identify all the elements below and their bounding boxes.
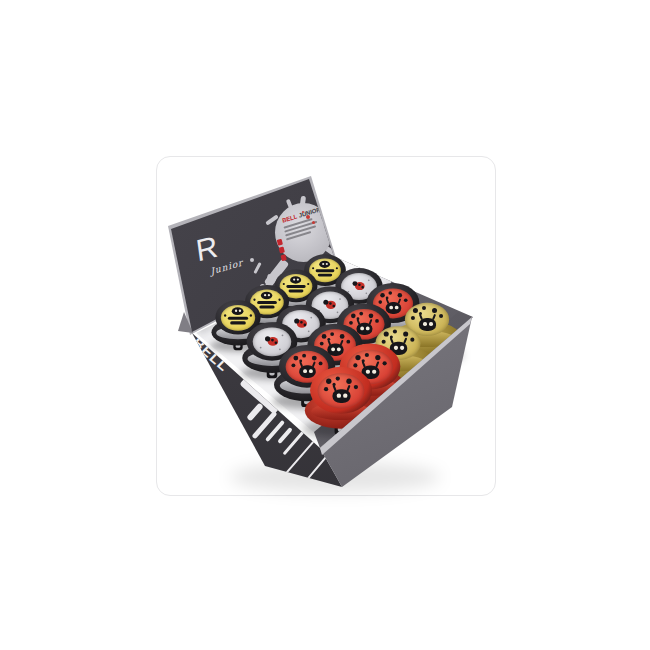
bell-cap-disc xyxy=(318,373,365,408)
cap-print-mark xyxy=(337,393,341,397)
cap-print-mark xyxy=(297,278,299,280)
cap-print-mark xyxy=(380,293,385,298)
cap-print-mark xyxy=(339,298,341,300)
cap-print-mark xyxy=(312,355,317,360)
paint-drip xyxy=(246,402,264,421)
paint-drip xyxy=(277,427,292,444)
product-photo-stage: R Junior BELL JUNIOR xyxy=(0,0,650,650)
cap-print-mark xyxy=(324,387,328,391)
cap-print-mark xyxy=(346,379,351,384)
cap-print-mark xyxy=(384,331,389,336)
cap-print-mark xyxy=(322,334,327,339)
cap-print-mark xyxy=(291,363,295,367)
cap-print-mark xyxy=(355,355,360,360)
cap-print-mark xyxy=(360,312,364,316)
cap-print-mark xyxy=(264,294,266,296)
cap-print-mark xyxy=(326,379,331,384)
cap-print-mark xyxy=(346,385,350,392)
cap-print-mark xyxy=(224,314,226,316)
cap-print-mark xyxy=(232,307,244,315)
paint-drip xyxy=(284,437,317,475)
cap-print-mark xyxy=(432,308,437,313)
cap-print-mark xyxy=(422,306,426,310)
cap-print-mark xyxy=(322,263,324,265)
cap-print-mark xyxy=(332,385,336,392)
cap-print-mark xyxy=(293,278,295,280)
cap-print-mark xyxy=(393,329,397,333)
cap-print-mark xyxy=(268,294,270,296)
cap-print-mark xyxy=(260,347,262,349)
cap-print-mark xyxy=(351,314,356,319)
cap-print-mark xyxy=(343,393,347,397)
cap-print-mark xyxy=(336,376,340,380)
cap-print-mark xyxy=(340,334,345,339)
cap-print-mark xyxy=(354,385,358,389)
cap-print-mark xyxy=(228,317,248,320)
cap-print-mark xyxy=(326,263,328,265)
bell-tray-grid xyxy=(0,0,650,650)
cap-print-mark xyxy=(331,333,335,337)
cap-print-mark xyxy=(282,335,284,337)
cap-print-mark xyxy=(235,310,237,312)
cap-print-mark xyxy=(293,355,298,360)
cap-print-mark xyxy=(311,316,313,318)
cap-print-mark xyxy=(375,355,380,360)
cap-print-mark xyxy=(250,314,252,316)
cap-print-mark xyxy=(403,331,408,336)
cap-print-mark xyxy=(364,353,368,357)
cap-print-mark xyxy=(413,308,418,313)
cap-print-mark xyxy=(278,299,280,301)
cap-print-mark xyxy=(439,314,443,318)
cap-print-mark xyxy=(302,353,306,357)
cap-print-mark xyxy=(239,310,241,312)
